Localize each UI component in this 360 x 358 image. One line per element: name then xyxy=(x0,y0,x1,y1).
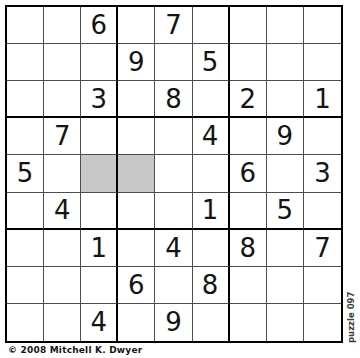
cell-r8c4[interactable]: 6 xyxy=(118,267,155,304)
cell-r4c7[interactable] xyxy=(230,118,267,155)
cell-r8c2[interactable] xyxy=(44,267,81,304)
cell-r8c8[interactable] xyxy=(267,267,304,304)
cell-r6c6[interactable]: 1 xyxy=(193,193,230,230)
cell-r4c2[interactable]: 7 xyxy=(44,118,81,155)
cell-r1c7[interactable] xyxy=(230,7,267,44)
cell-r7c2[interactable] xyxy=(44,230,81,267)
cell-r9c7[interactable] xyxy=(230,304,267,341)
cell-r3c1[interactable] xyxy=(7,81,44,118)
cell-r5c5[interactable] xyxy=(155,155,192,192)
cell-r1c8[interactable] xyxy=(267,7,304,44)
cell-r4c8[interactable]: 9 xyxy=(267,118,304,155)
cell-r8c6[interactable]: 8 xyxy=(193,267,230,304)
cell-r5c9[interactable]: 3 xyxy=(304,155,341,192)
cell-r8c3[interactable] xyxy=(81,267,118,304)
cell-r1c5[interactable]: 7 xyxy=(155,7,192,44)
cell-r1c3[interactable]: 6 xyxy=(81,7,118,44)
cell-r2c1[interactable] xyxy=(7,44,44,81)
cell-r1c9[interactable] xyxy=(304,7,341,44)
cell-r8c5[interactable] xyxy=(155,267,192,304)
cell-r5c3[interactable] xyxy=(81,155,118,192)
cell-r2c4[interactable]: 9 xyxy=(118,44,155,81)
cell-r1c2[interactable] xyxy=(44,7,81,44)
cell-r2c6[interactable]: 5 xyxy=(193,44,230,81)
cell-r2c7[interactable] xyxy=(230,44,267,81)
cell-r1c4[interactable] xyxy=(118,7,155,44)
cell-r3c3[interactable]: 3 xyxy=(81,81,118,118)
cell-r2c5[interactable] xyxy=(155,44,192,81)
cell-r9c8[interactable] xyxy=(267,304,304,341)
cell-r6c7[interactable] xyxy=(230,193,267,230)
cell-r9c5[interactable]: 9 xyxy=(155,304,192,341)
cell-r6c2[interactable]: 4 xyxy=(44,193,81,230)
cell-r5c4[interactable] xyxy=(118,155,155,192)
cell-r8c9[interactable] xyxy=(304,267,341,304)
cell-r7c6[interactable] xyxy=(193,230,230,267)
cell-r6c1[interactable] xyxy=(7,193,44,230)
cell-r5c7[interactable]: 6 xyxy=(230,155,267,192)
cell-r4c1[interactable] xyxy=(7,118,44,155)
cell-r1c1[interactable] xyxy=(7,7,44,44)
cell-r7c9[interactable]: 7 xyxy=(304,230,341,267)
cell-r3c7[interactable]: 2 xyxy=(230,81,267,118)
cell-r9c9[interactable] xyxy=(304,304,341,341)
cell-r7c3[interactable]: 1 xyxy=(81,230,118,267)
cell-r4c5[interactable] xyxy=(155,118,192,155)
cell-r2c9[interactable] xyxy=(304,44,341,81)
cell-r8c7[interactable] xyxy=(230,267,267,304)
sudoku-page: 6795382174956341514876849 © 2008 Mitchel… xyxy=(0,0,360,358)
cell-r9c6[interactable] xyxy=(193,304,230,341)
cell-r5c1[interactable]: 5 xyxy=(7,155,44,192)
sudoku-board: 6795382174956341514876849 xyxy=(5,5,343,343)
cell-r3c2[interactable] xyxy=(44,81,81,118)
cell-r7c4[interactable] xyxy=(118,230,155,267)
cell-r5c8[interactable] xyxy=(267,155,304,192)
cell-r3c8[interactable] xyxy=(267,81,304,118)
cell-r9c4[interactable] xyxy=(118,304,155,341)
cell-r6c4[interactable] xyxy=(118,193,155,230)
copyright-text: © 2008 Mitchell K. Dwyer xyxy=(8,345,142,355)
cell-r3c9[interactable]: 1 xyxy=(304,81,341,118)
cell-r5c2[interactable] xyxy=(44,155,81,192)
cell-r6c5[interactable] xyxy=(155,193,192,230)
puzzle-number-label: puzzle 097 xyxy=(346,292,356,343)
cell-r2c3[interactable] xyxy=(81,44,118,81)
cell-r1c6[interactable] xyxy=(193,7,230,44)
cell-r2c2[interactable] xyxy=(44,44,81,81)
cell-r4c4[interactable] xyxy=(118,118,155,155)
cell-r7c5[interactable]: 4 xyxy=(155,230,192,267)
cell-r6c9[interactable] xyxy=(304,193,341,230)
cell-r3c4[interactable] xyxy=(118,81,155,118)
cell-r2c8[interactable] xyxy=(267,44,304,81)
cell-r7c1[interactable] xyxy=(7,230,44,267)
cell-r3c6[interactable] xyxy=(193,81,230,118)
cell-r5c6[interactable] xyxy=(193,155,230,192)
cell-r7c7[interactable]: 8 xyxy=(230,230,267,267)
cell-r9c2[interactable] xyxy=(44,304,81,341)
cell-r7c8[interactable] xyxy=(267,230,304,267)
cell-r3c5[interactable]: 8 xyxy=(155,81,192,118)
cell-r4c9[interactable] xyxy=(304,118,341,155)
cell-r4c6[interactable]: 4 xyxy=(193,118,230,155)
cell-r8c1[interactable] xyxy=(7,267,44,304)
cell-r9c3[interactable]: 4 xyxy=(81,304,118,341)
cell-r4c3[interactable] xyxy=(81,118,118,155)
cell-r9c1[interactable] xyxy=(7,304,44,341)
cell-r6c3[interactable] xyxy=(81,193,118,230)
cell-r6c8[interactable]: 5 xyxy=(267,193,304,230)
